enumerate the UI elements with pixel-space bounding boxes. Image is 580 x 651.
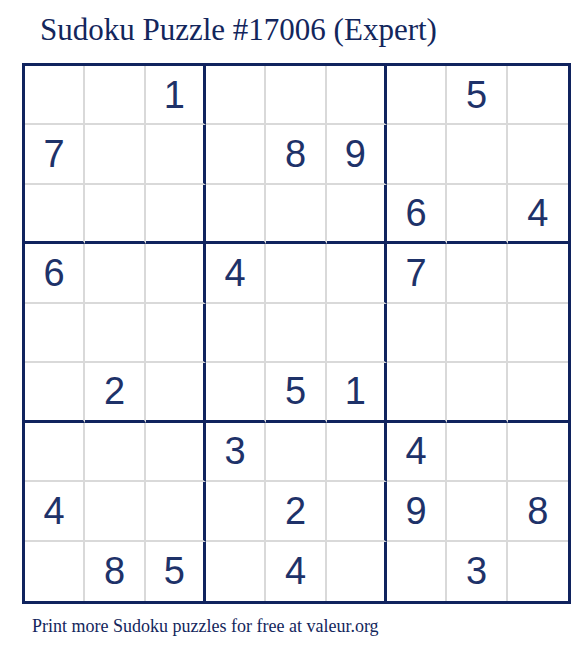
cell-r4c4: 4 [206,244,266,303]
cell-r9c4 [206,542,266,601]
cell-r4c9 [508,244,568,303]
cell-r2c8 [447,125,507,184]
cell-r8c3 [146,482,206,541]
cell-r8c5: 2 [266,482,326,541]
cell-r8c8 [447,482,507,541]
page-title: Sudoku Puzzle #17006 (Expert) [40,12,437,48]
cell-r5c2 [85,304,145,363]
cell-r2c2 [85,125,145,184]
cell-r5c8 [447,304,507,363]
cell-r4c8 [447,244,507,303]
cell-r8c1: 4 [25,482,85,541]
cell-r1c7 [387,66,447,125]
cell-r1c1 [25,66,85,125]
cell-r2c9 [508,125,568,184]
cell-r7c3 [146,423,206,482]
cell-r2c4 [206,125,266,184]
cell-r1c9 [508,66,568,125]
cell-r5c4 [206,304,266,363]
cell-r8c7: 9 [387,482,447,541]
cell-r6c3 [146,363,206,422]
cell-r4c7: 7 [387,244,447,303]
cell-r1c8: 5 [447,66,507,125]
cell-r7c7: 4 [387,423,447,482]
cell-r6c2: 2 [85,363,145,422]
cell-r2c6: 9 [327,125,387,184]
cell-r4c2 [85,244,145,303]
cell-r3c7: 6 [387,185,447,244]
cell-r1c3: 1 [146,66,206,125]
cell-r8c4 [206,482,266,541]
cell-r8c6 [327,482,387,541]
cell-r4c1: 6 [25,244,85,303]
cell-r7c9 [508,423,568,482]
cell-r1c5 [266,66,326,125]
cell-r7c1 [25,423,85,482]
cell-r1c6 [327,66,387,125]
cell-r3c8 [447,185,507,244]
cell-r1c4 [206,66,266,125]
cell-r5c5 [266,304,326,363]
cell-r8c2 [85,482,145,541]
cell-r3c2 [85,185,145,244]
cell-r7c6 [327,423,387,482]
cell-r2c3 [146,125,206,184]
cell-r7c4: 3 [206,423,266,482]
cell-r6c6: 1 [327,363,387,422]
cell-r9c5: 4 [266,542,326,601]
cell-r2c1: 7 [25,125,85,184]
cell-r9c9 [508,542,568,601]
cell-r9c3: 5 [146,542,206,601]
cell-r1c2 [85,66,145,125]
cell-r3c6 [327,185,387,244]
cell-r9c2: 8 [85,542,145,601]
cell-r4c6 [327,244,387,303]
cell-r4c3 [146,244,206,303]
cell-r4c5 [266,244,326,303]
cell-r6c4 [206,363,266,422]
cell-r5c3 [146,304,206,363]
cell-r9c7 [387,542,447,601]
cell-r5c7 [387,304,447,363]
cell-r2c5: 8 [266,125,326,184]
cell-r7c2 [85,423,145,482]
cell-r6c9 [508,363,568,422]
cell-r3c5 [266,185,326,244]
cell-r3c9: 4 [508,185,568,244]
cell-r5c9 [508,304,568,363]
cell-r7c5 [266,423,326,482]
cell-r5c1 [25,304,85,363]
cell-r6c5: 5 [266,363,326,422]
cell-r9c6 [327,542,387,601]
cell-r6c1 [25,363,85,422]
footer-text: Print more Sudoku puzzles for free at va… [32,616,379,637]
cell-r3c1 [25,185,85,244]
cell-r7c8 [447,423,507,482]
cell-r6c7 [387,363,447,422]
cell-r2c7 [387,125,447,184]
cell-r9c1 [25,542,85,601]
sudoku-page: Sudoku Puzzle #17006 (Expert) 1578964647… [0,0,580,651]
cell-r5c6 [327,304,387,363]
cell-r9c8: 3 [447,542,507,601]
cell-r3c3 [146,185,206,244]
sudoku-board: 15789646472513442988543 [22,63,571,604]
cell-r6c8 [447,363,507,422]
cell-r8c9: 8 [508,482,568,541]
cell-r3c4 [206,185,266,244]
